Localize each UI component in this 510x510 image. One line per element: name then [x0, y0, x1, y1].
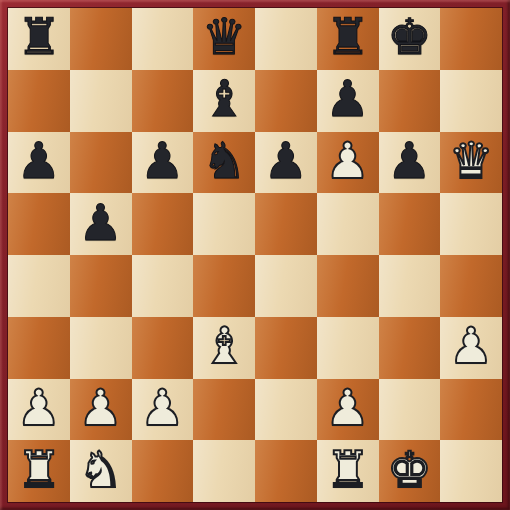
chess-board: ♜♛♜♚♝♟♟♟♞♟♟♟♛♟♝♟♟♟♟♟♜♞♜♚ — [8, 8, 502, 502]
square-g6[interactable]: ♟ — [379, 132, 441, 194]
square-g8[interactable]: ♚ — [379, 8, 441, 70]
piece-black-pawn: ♟ — [263, 132, 308, 192]
square-d4[interactable] — [193, 255, 255, 317]
chess-board-frame: ♜♛♜♚♝♟♟♟♞♟♟♟♛♟♝♟♟♟♟♟♜♞♜♚ — [0, 0, 510, 510]
square-b6[interactable] — [70, 132, 132, 194]
square-d7[interactable]: ♝ — [193, 70, 255, 132]
square-d5[interactable] — [193, 193, 255, 255]
piece-black-queen: ♛ — [202, 8, 247, 68]
square-d1[interactable] — [193, 440, 255, 502]
square-a1[interactable]: ♜ — [8, 440, 70, 502]
square-e7[interactable] — [255, 70, 317, 132]
square-b7[interactable] — [70, 70, 132, 132]
square-f4[interactable] — [317, 255, 379, 317]
square-e1[interactable] — [255, 440, 317, 502]
piece-white-bishop: ♝ — [202, 317, 247, 377]
square-h8[interactable] — [440, 8, 502, 70]
square-e5[interactable] — [255, 193, 317, 255]
piece-white-pawn: ♟ — [16, 379, 61, 439]
square-h1[interactable] — [440, 440, 502, 502]
square-g1[interactable]: ♚ — [379, 440, 441, 502]
square-b8[interactable] — [70, 8, 132, 70]
square-f5[interactable] — [317, 193, 379, 255]
square-b4[interactable] — [70, 255, 132, 317]
square-a5[interactable] — [8, 193, 70, 255]
square-a6[interactable]: ♟ — [8, 132, 70, 194]
square-f1[interactable]: ♜ — [317, 440, 379, 502]
piece-black-king: ♚ — [387, 8, 432, 68]
piece-white-rook: ♜ — [325, 440, 370, 500]
square-d2[interactable] — [193, 379, 255, 441]
piece-white-king: ♚ — [387, 440, 432, 500]
square-f3[interactable] — [317, 317, 379, 379]
piece-white-pawn: ♟ — [78, 379, 123, 439]
piece-white-rook: ♜ — [16, 440, 61, 500]
piece-white-pawn: ♟ — [325, 379, 370, 439]
square-a3[interactable] — [8, 317, 70, 379]
piece-black-pawn: ♟ — [140, 132, 185, 192]
square-g7[interactable] — [379, 70, 441, 132]
square-c2[interactable]: ♟ — [132, 379, 194, 441]
square-b2[interactable]: ♟ — [70, 379, 132, 441]
square-g5[interactable] — [379, 193, 441, 255]
square-b3[interactable] — [70, 317, 132, 379]
square-c5[interactable] — [132, 193, 194, 255]
piece-black-pawn: ♟ — [16, 132, 61, 192]
square-a7[interactable] — [8, 70, 70, 132]
piece-black-rook: ♜ — [325, 8, 370, 68]
square-h2[interactable] — [440, 379, 502, 441]
square-h6[interactable]: ♛ — [440, 132, 502, 194]
square-c4[interactable] — [132, 255, 194, 317]
square-e6[interactable]: ♟ — [255, 132, 317, 194]
square-h7[interactable] — [440, 70, 502, 132]
square-e8[interactable] — [255, 8, 317, 70]
square-f7[interactable]: ♟ — [317, 70, 379, 132]
square-e3[interactable] — [255, 317, 317, 379]
square-e2[interactable] — [255, 379, 317, 441]
piece-black-bishop: ♝ — [202, 70, 247, 130]
square-a2[interactable]: ♟ — [8, 379, 70, 441]
square-h5[interactable] — [440, 193, 502, 255]
square-d6[interactable]: ♞ — [193, 132, 255, 194]
square-g3[interactable] — [379, 317, 441, 379]
square-b1[interactable]: ♞ — [70, 440, 132, 502]
piece-black-knight: ♞ — [202, 132, 247, 192]
piece-white-queen: ♛ — [449, 132, 494, 192]
square-d8[interactable]: ♛ — [193, 8, 255, 70]
square-a8[interactable]: ♜ — [8, 8, 70, 70]
piece-black-rook: ♜ — [16, 8, 61, 68]
piece-white-pawn: ♟ — [325, 132, 370, 192]
square-e4[interactable] — [255, 255, 317, 317]
piece-black-pawn: ♟ — [387, 132, 432, 192]
square-f6[interactable]: ♟ — [317, 132, 379, 194]
square-a4[interactable] — [8, 255, 70, 317]
square-c8[interactable] — [132, 8, 194, 70]
square-g4[interactable] — [379, 255, 441, 317]
piece-black-pawn: ♟ — [78, 193, 123, 253]
square-c6[interactable]: ♟ — [132, 132, 194, 194]
square-f2[interactable]: ♟ — [317, 379, 379, 441]
square-b5[interactable]: ♟ — [70, 193, 132, 255]
piece-white-pawn: ♟ — [449, 317, 494, 377]
piece-white-pawn: ♟ — [140, 379, 185, 439]
square-h3[interactable]: ♟ — [440, 317, 502, 379]
square-f8[interactable]: ♜ — [317, 8, 379, 70]
square-d3[interactable]: ♝ — [193, 317, 255, 379]
square-c7[interactable] — [132, 70, 194, 132]
square-h4[interactable] — [440, 255, 502, 317]
square-g2[interactable] — [379, 379, 441, 441]
piece-black-pawn: ♟ — [325, 70, 370, 130]
piece-white-knight: ♞ — [78, 440, 123, 500]
square-c1[interactable] — [132, 440, 194, 502]
square-c3[interactable] — [132, 317, 194, 379]
